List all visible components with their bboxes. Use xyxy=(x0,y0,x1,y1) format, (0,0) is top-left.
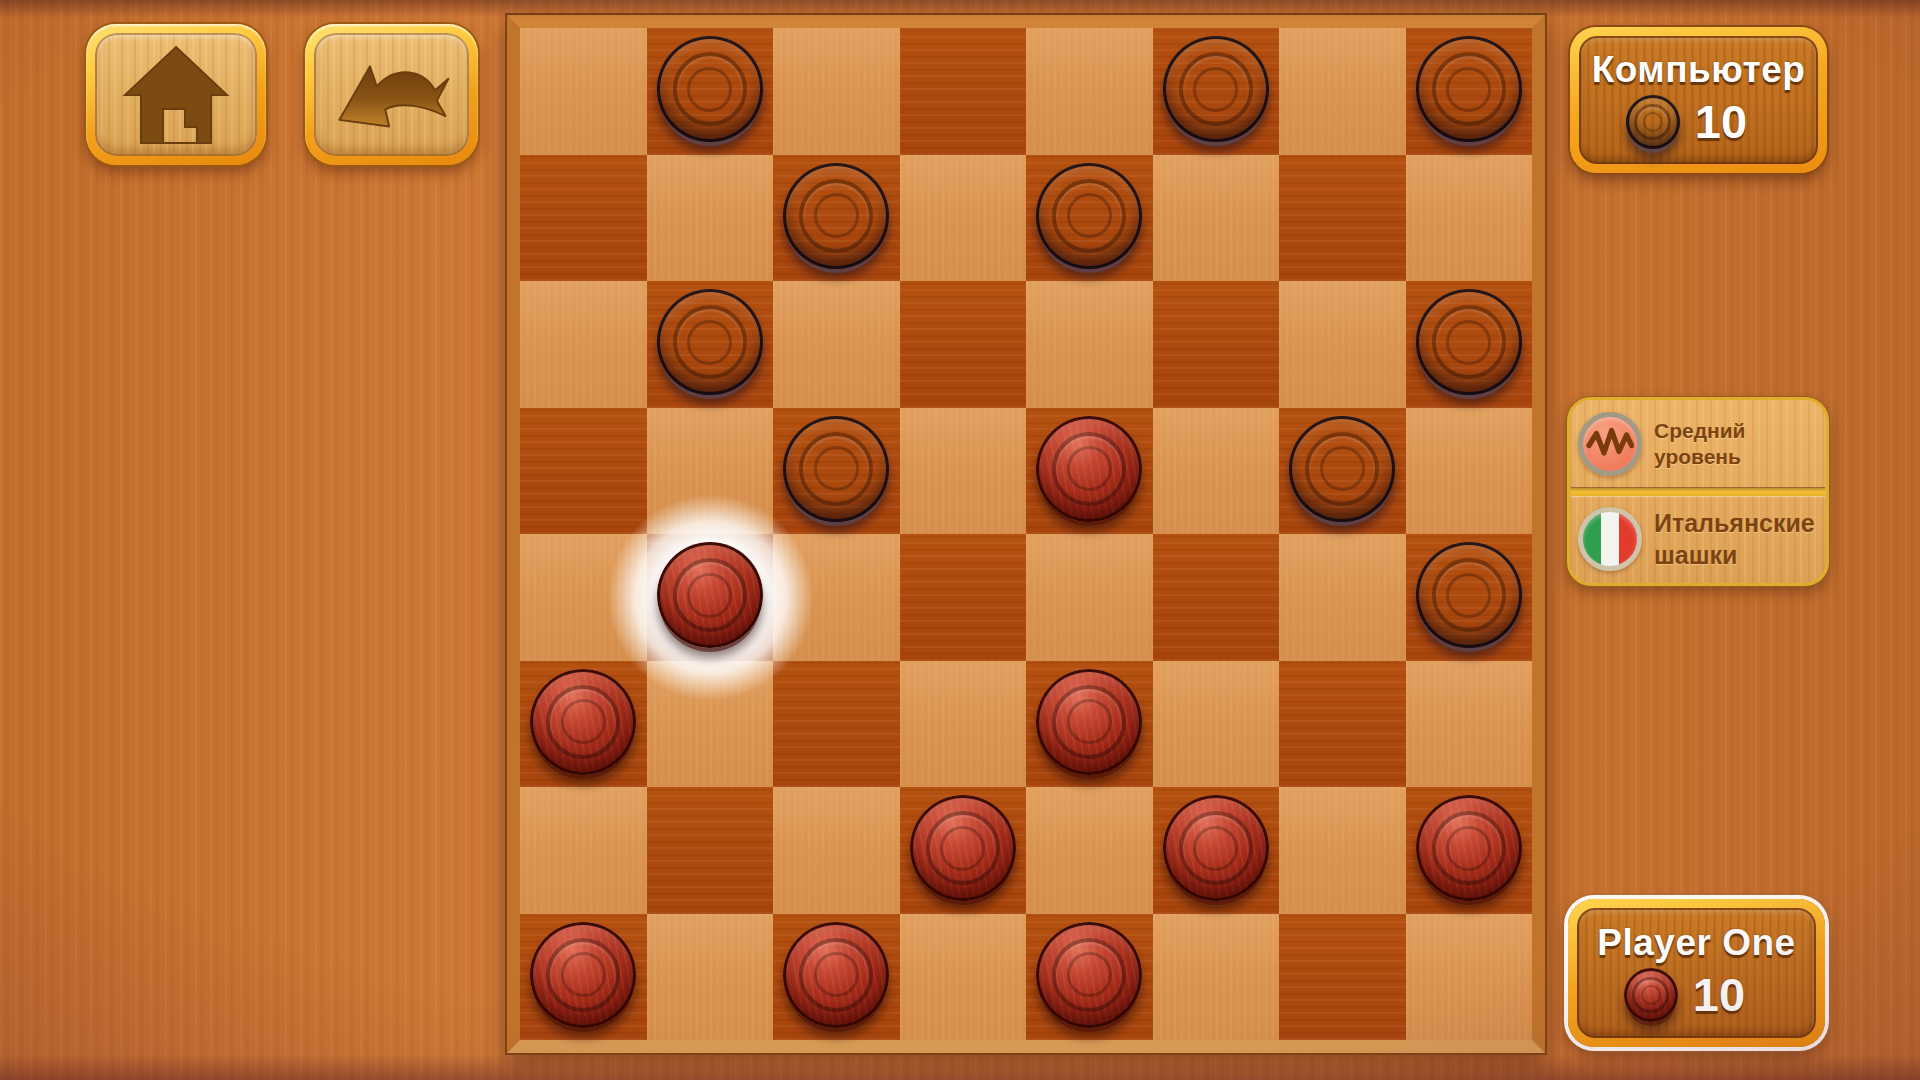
square-r7c7 xyxy=(1406,914,1533,1041)
undo-button[interactable] xyxy=(305,24,478,165)
variant-row[interactable]: Итальянские шашки xyxy=(1570,496,1826,584)
red-piece-r5c0[interactable] xyxy=(530,669,636,775)
player-piece-count: 10 xyxy=(1693,967,1745,1022)
red-piece-r7c2[interactable] xyxy=(783,922,889,1028)
computer-piece-count: 10 xyxy=(1695,94,1747,149)
square-r2c7[interactable] xyxy=(1406,281,1533,408)
square-r2c2 xyxy=(773,281,900,408)
square-r2c5[interactable] xyxy=(1153,281,1280,408)
square-r5c2[interactable] xyxy=(773,661,900,788)
settings-panel: Средний уровень Итальянские шашки xyxy=(1567,397,1829,586)
red-piece-r4c1[interactable] xyxy=(657,542,763,648)
square-r0c7[interactable] xyxy=(1406,28,1533,155)
square-r2c1[interactable] xyxy=(647,281,774,408)
square-r0c6 xyxy=(1279,28,1406,155)
black-piece-r0c7[interactable] xyxy=(1416,36,1522,142)
square-r0c4 xyxy=(1026,28,1153,155)
red-checker-icon xyxy=(1624,968,1678,1022)
undo-button-face xyxy=(314,33,469,156)
square-r5c3 xyxy=(900,661,1027,788)
black-piece-r4c7[interactable] xyxy=(1416,542,1522,648)
difficulty-label: Средний уровень xyxy=(1654,418,1816,471)
square-r2c6 xyxy=(1279,281,1406,408)
square-r4c1[interactable] xyxy=(647,534,774,661)
square-r7c1 xyxy=(647,914,774,1041)
square-r4c3[interactable] xyxy=(900,534,1027,661)
board-grid xyxy=(520,28,1532,1040)
square-r0c2 xyxy=(773,28,900,155)
square-r4c7[interactable] xyxy=(1406,534,1533,661)
square-r6c7[interactable] xyxy=(1406,787,1533,914)
square-r5c4[interactable] xyxy=(1026,661,1153,788)
home-button-face xyxy=(95,33,257,156)
square-r4c4 xyxy=(1026,534,1153,661)
black-piece-r0c1[interactable] xyxy=(657,36,763,142)
square-r5c7 xyxy=(1406,661,1533,788)
red-piece-r3c4[interactable] xyxy=(1036,416,1142,522)
black-piece-r3c6[interactable] xyxy=(1289,416,1395,522)
red-piece-r7c4[interactable] xyxy=(1036,922,1142,1028)
square-r6c0 xyxy=(520,787,647,914)
square-r4c6 xyxy=(1279,534,1406,661)
square-r1c3 xyxy=(900,155,1027,282)
square-r1c7 xyxy=(1406,155,1533,282)
square-r2c4 xyxy=(1026,281,1153,408)
red-piece-r5c4[interactable] xyxy=(1036,669,1142,775)
square-r0c3[interactable] xyxy=(900,28,1027,155)
computer-count-row: 10 xyxy=(1626,94,1747,149)
difficulty-zigzag-icon xyxy=(1578,412,1642,476)
red-piece-r6c3[interactable] xyxy=(910,795,1016,901)
square-r2c0 xyxy=(520,281,647,408)
panel-divider xyxy=(1571,488,1825,496)
square-r3c3 xyxy=(900,408,1027,535)
square-r1c4[interactable] xyxy=(1026,155,1153,282)
player-score-panel: Player One 10 xyxy=(1568,899,1825,1047)
variant-label: Итальянские шашки xyxy=(1654,507,1816,572)
square-r6c4 xyxy=(1026,787,1153,914)
computer-score-panel: Компьютер 10 xyxy=(1570,27,1827,173)
computer-score-panel-face: Компьютер 10 xyxy=(1579,36,1818,164)
square-r3c5 xyxy=(1153,408,1280,535)
square-r1c6[interactable] xyxy=(1279,155,1406,282)
black-piece-r3c2[interactable] xyxy=(783,416,889,522)
square-r7c6[interactable] xyxy=(1279,914,1406,1041)
square-r7c5 xyxy=(1153,914,1280,1041)
square-r7c0[interactable] xyxy=(520,914,647,1041)
player-label: Player One xyxy=(1597,924,1795,963)
square-r7c2[interactable] xyxy=(773,914,900,1041)
square-r5c6[interactable] xyxy=(1279,661,1406,788)
square-r3c2[interactable] xyxy=(773,408,900,535)
square-r6c2 xyxy=(773,787,900,914)
game-screen: Компьютер 10 Средний уровень Итальянские… xyxy=(0,0,1920,1080)
black-piece-r2c7[interactable] xyxy=(1416,289,1522,395)
square-r4c5[interactable] xyxy=(1153,534,1280,661)
red-piece-r6c7[interactable] xyxy=(1416,795,1522,901)
black-checker-icon xyxy=(1626,95,1680,149)
square-r6c1[interactable] xyxy=(647,787,774,914)
square-r3c7 xyxy=(1406,408,1533,535)
square-r6c5[interactable] xyxy=(1153,787,1280,914)
player-count-row: 10 xyxy=(1624,967,1745,1022)
square-r7c3 xyxy=(900,914,1027,1041)
square-r3c6[interactable] xyxy=(1279,408,1406,535)
square-r0c5[interactable] xyxy=(1153,28,1280,155)
square-r1c0[interactable] xyxy=(520,155,647,282)
square-r0c0 xyxy=(520,28,647,155)
computer-label: Компьютер xyxy=(1592,51,1806,90)
square-r6c3[interactable] xyxy=(900,787,1027,914)
square-r0c1[interactable] xyxy=(647,28,774,155)
italian-flag-icon xyxy=(1578,507,1642,571)
black-piece-r1c2[interactable] xyxy=(783,163,889,269)
square-r3c4[interactable] xyxy=(1026,408,1153,535)
square-r6c6 xyxy=(1279,787,1406,914)
red-piece-r7c0[interactable] xyxy=(530,922,636,1028)
square-r2c3[interactable] xyxy=(900,281,1027,408)
square-r5c5 xyxy=(1153,661,1280,788)
undo-icon xyxy=(328,45,456,145)
black-piece-r1c4[interactable] xyxy=(1036,163,1142,269)
black-piece-r2c1[interactable] xyxy=(657,289,763,395)
square-r5c0[interactable] xyxy=(520,661,647,788)
home-button[interactable] xyxy=(86,24,266,165)
red-piece-r6c5[interactable] xyxy=(1163,795,1269,901)
square-r1c1 xyxy=(647,155,774,282)
square-r7c4[interactable] xyxy=(1026,914,1153,1041)
square-r1c2[interactable] xyxy=(773,155,900,282)
player-score-panel-face: Player One 10 xyxy=(1577,908,1816,1038)
black-piece-r0c5[interactable] xyxy=(1163,36,1269,142)
home-icon xyxy=(117,43,235,147)
checkers-board xyxy=(507,15,1545,1053)
square-r3c0[interactable] xyxy=(520,408,647,535)
difficulty-row[interactable]: Средний уровень xyxy=(1570,400,1826,488)
square-r1c5 xyxy=(1153,155,1280,282)
